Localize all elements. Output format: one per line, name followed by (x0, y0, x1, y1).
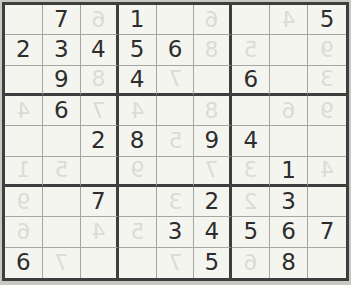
sudoku-cell[interactable]: 5 (119, 35, 157, 65)
sudoku-cell[interactable]: 5 (43, 157, 81, 187)
sudoku-cell[interactable]: 4 (232, 126, 270, 156)
ghost-showthrough-digit: 7 (194, 157, 229, 184)
ghost-showthrough-digit: 8 (194, 96, 229, 125)
given-digit: 9 (205, 129, 220, 152)
given-digit: 6 (281, 220, 296, 243)
sudoku-cell[interactable]: 8 (270, 248, 308, 278)
sudoku-cell[interactable]: 7 (157, 248, 195, 278)
given-digit: 4 (130, 68, 145, 91)
ghost-showthrough-digit: 7 (157, 66, 194, 93)
sudoku-cell[interactable]: 3 (157, 217, 195, 247)
ghost-showthrough-digit: 8 (81, 66, 116, 93)
sudoku-cell[interactable]: 4 (5, 96, 43, 126)
ghost-showthrough-digit: 5 (157, 126, 194, 155)
sudoku-cell[interactable] (232, 96, 270, 126)
sudoku-cell[interactable]: 6 (5, 217, 43, 247)
sudoku-cell[interactable]: 9 (308, 35, 346, 65)
given-digit: 3 (168, 220, 183, 243)
ghost-showthrough-digit: 3 (232, 157, 269, 184)
given-digit: 8 (281, 251, 296, 274)
sudoku-cell[interactable]: 4 (119, 66, 157, 96)
sudoku-cell[interactable] (81, 248, 119, 278)
ghost-showthrough-digit: 7 (43, 248, 80, 278)
ghost-showthrough-digit: 6 (5, 217, 42, 246)
sudoku-cell[interactable]: 6 (81, 5, 119, 35)
given-digit: 6 (54, 99, 69, 122)
sudoku-cell[interactable]: 2 (5, 35, 43, 65)
sudoku-cell[interactable] (308, 248, 346, 278)
ghost-showthrough-digit: 3 (157, 187, 194, 216)
ghost-showthrough-digit: 5 (119, 217, 156, 246)
sudoku-cell[interactable]: 9 (43, 66, 81, 96)
given-digit: 1 (281, 159, 296, 182)
sudoku-cell[interactable] (157, 96, 195, 126)
sudoku-cell[interactable] (157, 157, 195, 187)
sudoku-cell[interactable]: 4 (194, 217, 232, 247)
sudoku-cell[interactable]: 7 (81, 187, 119, 217)
ghost-showthrough-digit: 1 (5, 157, 42, 184)
sudoku-cell[interactable]: 1 (119, 5, 157, 35)
ghost-showthrough-digit: 8 (194, 35, 229, 64)
sudoku-cell[interactable] (270, 126, 308, 156)
ghost-showthrough-digit: 6 (232, 248, 269, 278)
ghost-showthrough-digit: 2 (232, 187, 269, 216)
ghost-showthrough-digit: 4 (81, 217, 116, 246)
sudoku-cell[interactable] (5, 5, 43, 35)
sudoku-cell[interactable] (232, 5, 270, 35)
sudoku-cell[interactable] (194, 66, 232, 96)
sudoku-cell[interactable]: 6 (43, 96, 81, 126)
sudoku-cell[interactable]: 5 (232, 217, 270, 247)
sudoku-cell[interactable] (5, 66, 43, 96)
sudoku-cell[interactable] (270, 66, 308, 96)
ghost-showthrough-digit: 9 (308, 35, 346, 64)
sudoku-cell[interactable]: 4 (81, 35, 119, 65)
sudoku-cell[interactable]: 7 (43, 5, 81, 35)
ghost-showthrough-digit: 9 (119, 157, 156, 184)
given-digit: 2 (16, 38, 31, 61)
given-digit: 6 (16, 251, 31, 274)
sudoku-cell[interactable]: 6 (232, 66, 270, 96)
sudoku-cell[interactable] (270, 35, 308, 65)
ghost-showthrough-digit: 7 (81, 96, 116, 125)
ghost-showthrough-digit: 9 (5, 187, 42, 216)
sudoku-cell[interactable]: 4 (308, 157, 346, 187)
sudoku-cell[interactable]: 8 (194, 96, 232, 126)
given-digit: 7 (320, 220, 335, 243)
sudoku-cell[interactable] (308, 126, 346, 156)
sudoku-cell[interactable]: 2 (194, 187, 232, 217)
sudoku-cell[interactable]: 5 (119, 217, 157, 247)
sudoku-cell[interactable]: 1 (5, 157, 43, 187)
sudoku-cell[interactable]: 6 (232, 248, 270, 278)
given-digit: 2 (205, 190, 220, 213)
sudoku-cell[interactable]: 9 (308, 96, 346, 126)
sudoku-cell[interactable] (119, 248, 157, 278)
sudoku-cell[interactable]: 4 (270, 5, 308, 35)
given-digit: 5 (130, 38, 145, 61)
given-digit: 4 (243, 129, 258, 152)
ghost-showthrough-digit: 6 (81, 5, 116, 34)
given-digit: 7 (54, 8, 69, 31)
sudoku-cell[interactable] (43, 126, 81, 156)
ghost-showthrough-digit: 4 (270, 5, 307, 34)
sudoku-cell[interactable] (157, 5, 195, 35)
sudoku-cell[interactable]: 5 (194, 248, 232, 278)
sudoku-cell[interactable]: 6 (270, 96, 308, 126)
sudoku-cell[interactable]: 6 (194, 5, 232, 35)
given-digit: 9 (54, 68, 69, 91)
ghost-showthrough-digit: 3 (308, 66, 346, 93)
given-digit: 1 (130, 8, 145, 31)
sudoku-cell[interactable]: 1 (270, 157, 308, 187)
sudoku-cell[interactable]: 7 (43, 248, 81, 278)
ghost-showthrough-digit: 9 (308, 96, 346, 125)
given-digit: 4 (205, 220, 220, 243)
given-digit: 3 (281, 190, 296, 213)
sudoku-cell[interactable] (81, 157, 119, 187)
sudoku-cell[interactable]: 9 (5, 187, 43, 217)
ghost-showthrough-digit: 7 (157, 248, 194, 278)
sudoku-cell[interactable]: 8 (81, 66, 119, 96)
sudoku-cell[interactable]: 4 (81, 217, 119, 247)
sudoku-cell[interactable] (308, 187, 346, 217)
given-digit: 6 (243, 68, 258, 91)
given-digit: 2 (91, 129, 106, 152)
sudoku-cell[interactable]: 6 (270, 217, 308, 247)
sudoku-cell[interactable]: 6 (157, 35, 195, 65)
sudoku-cell[interactable]: 7 (308, 217, 346, 247)
given-digit: 3 (54, 38, 69, 61)
ghost-showthrough-digit: 4 (119, 96, 156, 125)
sudoku-cell[interactable] (119, 187, 157, 217)
sudoku-cell[interactable]: 5 (157, 126, 195, 156)
given-digit: 4 (91, 38, 106, 61)
sudoku-cell[interactable]: 9 (194, 126, 232, 156)
given-digit: 6 (168, 38, 183, 61)
page: 7616452345685998476346748692859415973149… (0, 0, 351, 285)
sudoku-cell[interactable]: 5 (308, 5, 346, 35)
ghost-showthrough-digit: 5 (43, 157, 80, 184)
sudoku-cell[interactable]: 6 (5, 248, 43, 278)
sudoku-cell[interactable]: 8 (119, 126, 157, 156)
sudoku-cell[interactable]: 8 (194, 35, 232, 65)
sudoku-cell[interactable]: 2 (232, 187, 270, 217)
given-digit: 5 (205, 251, 220, 274)
sudoku-cell[interactable]: 2 (81, 126, 119, 156)
sudoku-cell[interactable]: 4 (119, 96, 157, 126)
ghost-showthrough-digit: 5 (232, 35, 269, 64)
sudoku-cell[interactable] (43, 187, 81, 217)
ghost-showthrough-digit: 6 (270, 96, 307, 125)
given-digit: 5 (320, 8, 335, 31)
given-digit: 7 (91, 190, 106, 213)
sudoku-cell[interactable]: 5 (232, 35, 270, 65)
sudoku-cell[interactable]: 3 (157, 187, 195, 217)
sudoku-cell[interactable]: 3 (232, 157, 270, 187)
sudoku-cell[interactable] (43, 217, 81, 247)
ghost-showthrough-digit: 6 (194, 5, 229, 34)
sudoku-cell[interactable]: 3 (308, 66, 346, 96)
given-digit: 5 (243, 220, 258, 243)
sudoku-cell[interactable]: 9 (119, 157, 157, 187)
sudoku-board: 7616452345685998476346748692859415973149… (2, 2, 349, 281)
ghost-showthrough-digit: 4 (308, 157, 346, 184)
sudoku-cell[interactable]: 3 (270, 187, 308, 217)
sudoku-cell[interactable]: 3 (43, 35, 81, 65)
given-digit: 8 (130, 129, 145, 152)
sudoku-cell[interactable]: 7 (157, 66, 195, 96)
sudoku-cell[interactable]: 7 (194, 157, 232, 187)
sudoku-cell[interactable] (5, 126, 43, 156)
sudoku-cell[interactable]: 7 (81, 96, 119, 126)
ghost-showthrough-digit: 4 (5, 96, 42, 125)
